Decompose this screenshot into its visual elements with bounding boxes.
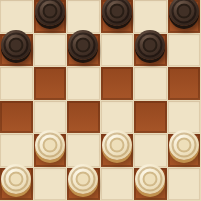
dark-piece[interactable] — [68, 30, 98, 60]
square-r0c3[interactable] — [101, 0, 134, 33]
square-r1c4[interactable] — [134, 34, 167, 67]
piece-ring-inner — [42, 138, 57, 153]
square-r2c5[interactable] — [168, 67, 201, 100]
dark-piece[interactable] — [35, 0, 65, 26]
square-r4c0[interactable] — [0, 134, 33, 167]
light-piece[interactable] — [135, 164, 165, 194]
square-r5c2[interactable] — [67, 168, 100, 201]
square-r5c0[interactable] — [0, 168, 33, 201]
square-r3c1[interactable] — [34, 101, 67, 134]
piece-ring-inner — [9, 37, 24, 52]
piece-ring-inner — [176, 4, 191, 19]
piece-ring-inner — [76, 37, 91, 52]
piece-ring-inner — [76, 171, 91, 186]
square-r2c4[interactable] — [134, 67, 167, 100]
square-r2c1[interactable] — [34, 67, 67, 100]
checkers-board — [0, 0, 200, 200]
light-piece[interactable] — [169, 130, 199, 160]
square-r1c1[interactable] — [34, 34, 67, 67]
square-r0c4[interactable] — [134, 0, 167, 33]
light-piece[interactable] — [102, 130, 132, 160]
square-r4c5[interactable] — [168, 134, 201, 167]
square-r4c4[interactable] — [134, 134, 167, 167]
square-r0c0[interactable] — [0, 0, 33, 33]
light-piece[interactable] — [1, 164, 31, 194]
dark-piece[interactable] — [169, 0, 199, 26]
square-r5c3[interactable] — [101, 168, 134, 201]
square-r3c5[interactable] — [168, 101, 201, 134]
square-r5c1[interactable] — [34, 168, 67, 201]
piece-ring-inner — [42, 4, 57, 19]
dark-piece[interactable] — [102, 0, 132, 26]
square-r1c5[interactable] — [168, 34, 201, 67]
light-piece[interactable] — [35, 130, 65, 160]
square-r4c1[interactable] — [34, 134, 67, 167]
square-r1c0[interactable] — [0, 34, 33, 67]
piece-ring-inner — [143, 37, 158, 52]
light-piece[interactable] — [68, 164, 98, 194]
piece-ring-inner — [143, 171, 158, 186]
piece-ring-inner — [176, 138, 191, 153]
square-r2c3[interactable] — [101, 67, 134, 100]
square-r4c3[interactable] — [101, 134, 134, 167]
square-r3c3[interactable] — [101, 101, 134, 134]
piece-ring-inner — [9, 171, 24, 186]
dark-piece[interactable] — [135, 30, 165, 60]
square-r4c2[interactable] — [67, 134, 100, 167]
dark-piece[interactable] — [1, 30, 31, 60]
square-r5c5[interactable] — [168, 168, 201, 201]
square-r3c4[interactable] — [134, 101, 167, 134]
piece-ring-inner — [109, 4, 124, 19]
square-r2c0[interactable] — [0, 67, 33, 100]
square-r0c5[interactable] — [168, 0, 201, 33]
square-r1c2[interactable] — [67, 34, 100, 67]
square-r5c4[interactable] — [134, 168, 167, 201]
square-r1c3[interactable] — [101, 34, 134, 67]
square-r3c2[interactable] — [67, 101, 100, 134]
square-r2c2[interactable] — [67, 67, 100, 100]
square-r0c1[interactable] — [34, 0, 67, 33]
square-r0c2[interactable] — [67, 0, 100, 33]
square-r3c0[interactable] — [0, 101, 33, 134]
piece-ring-inner — [109, 138, 124, 153]
